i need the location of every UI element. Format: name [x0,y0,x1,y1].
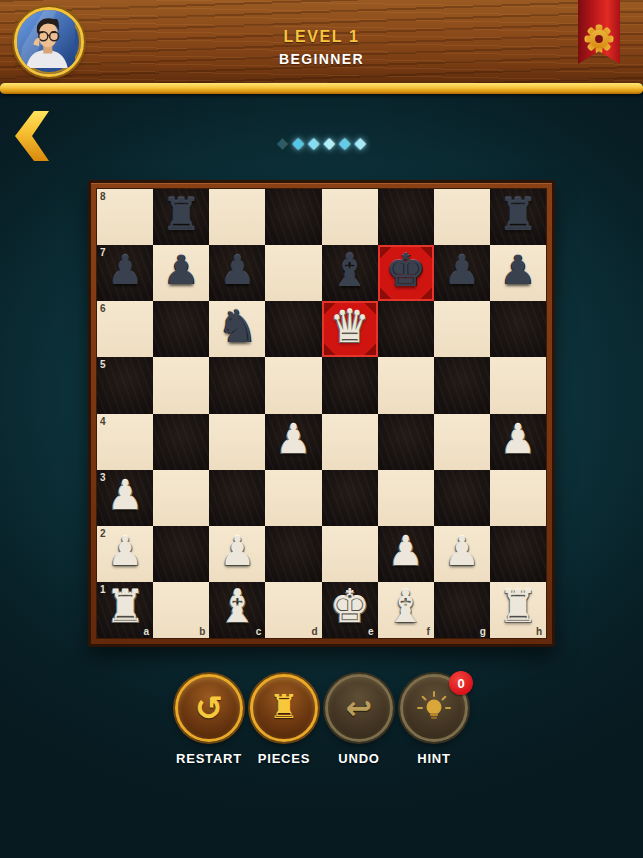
square-a6[interactable]: 6 [97,301,153,357]
lightbulb-icon [416,690,452,726]
difficulty-label: BEGINNER [0,51,643,67]
square-d6[interactable] [265,301,321,357]
white-pawn-a2[interactable]: ♟ [97,523,153,579]
pieces-label: PIECES [258,751,310,766]
white-pawn-f2[interactable]: ♟ [378,523,434,579]
white-bishop-f1[interactable]: ♝ [378,579,434,635]
square-c3[interactable] [209,470,265,526]
square-b4[interactable] [153,414,209,470]
square-g2[interactable]: ♟ [434,526,490,582]
white-king-e1[interactable]: ♚ [322,579,378,635]
chess-app-screen: LEVEL 1 BEGINNER [0,0,643,858]
square-f5[interactable] [378,357,434,413]
square-a3[interactable]: 3♟ [97,470,153,526]
hint-label: HINT [417,751,451,766]
square-d2[interactable] [265,526,321,582]
header-gold-trim [0,83,643,94]
black-pawn-c7[interactable]: ♟ [209,242,265,298]
square-f1[interactable]: f♝ [378,582,434,638]
square-d4[interactable]: ♟ [265,414,321,470]
progress-diamond-1: ◆ [277,133,289,153]
board-frame: 8♜♜7♟♟♟♝♚♟♟6♞♛54♟♟3♟2♟♟♟♟1a♜bc♝de♚f♝gh♜ [88,180,555,647]
player-avatar[interactable] [14,7,84,77]
square-b6[interactable] [153,301,209,357]
square-h6[interactable] [490,301,546,357]
restart-tool: ↺ RESTART [177,674,241,766]
square-f8[interactable] [378,189,434,245]
square-a7[interactable]: 7♟ [97,245,153,301]
square-e6[interactable]: ♛ [322,301,378,357]
black-pawn-g7[interactable]: ♟ [434,242,490,298]
square-b5[interactable] [153,357,209,413]
white-bishop-c1[interactable]: ♝ [209,579,265,635]
square-h7[interactable]: ♟ [490,245,546,301]
file-label-g: g [480,626,486,637]
rank-label-8: 8 [100,191,106,202]
avatar-image [17,10,75,68]
progress-diamond-4: ◆ [324,133,336,153]
square-c7[interactable]: ♟ [209,245,265,301]
square-f7[interactable]: ♚ [378,245,434,301]
restart-button[interactable]: ↺ [175,674,243,742]
square-a1[interactable]: 1a♜ [97,582,153,638]
black-rook-h8[interactable]: ♜ [490,186,546,242]
white-pawn-h4[interactable]: ♟ [490,411,546,467]
undo-button[interactable]: ↩ [325,674,393,742]
square-c1[interactable]: c♝ [209,582,265,638]
square-c6[interactable]: ♞ [209,301,265,357]
square-d8[interactable] [265,189,321,245]
square-d5[interactable] [265,357,321,413]
hint-tool: 0 HINT [402,674,466,766]
square-e3[interactable] [322,470,378,526]
square-b7[interactable]: ♟ [153,245,209,301]
rank-label-6: 6 [100,303,106,314]
progress-diamond-5: ◆ [339,133,351,153]
square-a4[interactable]: 4 [97,414,153,470]
black-pawn-h7[interactable]: ♟ [490,242,546,298]
header-titles: LEVEL 1 BEGINNER [0,0,643,67]
square-e7[interactable]: ♝ [322,245,378,301]
white-pawn-d4[interactable]: ♟ [265,411,321,467]
square-a8[interactable]: 8 [97,189,153,245]
black-bishop-e7[interactable]: ♝ [322,242,378,298]
square-b3[interactable] [153,470,209,526]
restart-label: RESTART [176,751,242,766]
square-h3[interactable] [490,470,546,526]
progress-diamond-3: ◆ [308,133,320,153]
header-bar: LEVEL 1 BEGINNER [0,0,643,95]
square-e2[interactable] [322,526,378,582]
square-e5[interactable] [322,357,378,413]
square-b1[interactable]: b [153,582,209,638]
white-pawn-a3[interactable]: ♟ [97,467,153,523]
square-e8[interactable] [322,189,378,245]
black-knight-c6[interactable]: ♞ [209,298,265,354]
pieces-tool: ♜ PIECES [252,674,316,766]
rank-label-4: 4 [100,416,106,427]
progress-diamond-6: ◆ [355,133,367,153]
square-g4[interactable] [434,414,490,470]
black-pawn-a7[interactable]: ♟ [97,242,153,298]
white-pawn-c2[interactable]: ♟ [209,523,265,579]
square-g1[interactable]: g [434,582,490,638]
file-label-d: d [311,626,317,637]
progress-diamond-2: ◆ [292,133,304,153]
square-g8[interactable] [434,189,490,245]
hint-button[interactable]: 0 [400,674,468,742]
square-b8[interactable]: ♜ [153,189,209,245]
hint-count-badge: 0 [449,671,473,695]
square-d7[interactable] [265,245,321,301]
square-d1[interactable]: d [265,582,321,638]
square-g3[interactable] [434,470,490,526]
square-h2[interactable] [490,526,546,582]
square-a5[interactable]: 5 [97,357,153,413]
square-a2[interactable]: 2♟ [97,526,153,582]
square-h5[interactable] [490,357,546,413]
square-h4[interactable]: ♟ [490,414,546,470]
square-c2[interactable]: ♟ [209,526,265,582]
black-pawn-b7[interactable]: ♟ [153,242,209,298]
pieces-button[interactable]: ♜ [250,674,318,742]
square-b2[interactable] [153,526,209,582]
rank-label-5: 5 [100,359,106,370]
square-f4[interactable] [378,414,434,470]
level-progress-diamonds: ◆◆◆◆◆◆ [0,133,643,153]
square-c8[interactable] [209,189,265,245]
white-pawn-g2[interactable]: ♟ [434,523,490,579]
square-h8[interactable]: ♜ [490,189,546,245]
white-rook-a1[interactable]: ♜ [97,579,153,635]
file-label-b: b [199,626,205,637]
black-rook-b8[interactable]: ♜ [153,186,209,242]
chess-board: 8♜♜7♟♟♟♝♚♟♟6♞♛54♟♟3♟2♟♟♟♟1a♜bc♝de♚f♝gh♜ [96,188,547,639]
square-f6[interactable] [378,301,434,357]
square-h1[interactable]: h♜ [490,582,546,638]
restart-icon: ↺ [195,688,224,728]
square-c4[interactable] [209,414,265,470]
gear-icon [582,22,616,56]
undo-arrow-icon: ↩ [346,689,373,727]
bottom-toolbar: ↺ RESTART ♜ PIECES ↩ UNDO [0,674,643,766]
rook-icon: ♜ [269,687,299,726]
square-e1[interactable]: e♚ [322,582,378,638]
square-g7[interactable]: ♟ [434,245,490,301]
black-king-f7[interactable]: ♚ [378,242,434,298]
square-e4[interactable] [322,414,378,470]
undo-label: UNDO [338,751,379,766]
square-d3[interactable] [265,470,321,526]
square-c5[interactable] [209,357,265,413]
square-f3[interactable] [378,470,434,526]
white-rook-h1[interactable]: ♜ [490,579,546,635]
square-g5[interactable] [434,357,490,413]
undo-tool: ↩ UNDO [327,674,391,766]
square-f2[interactable]: ♟ [378,526,434,582]
level-label: LEVEL 1 [0,28,643,46]
white-queen-e6[interactable]: ♛ [322,298,378,354]
square-g6[interactable] [434,301,490,357]
